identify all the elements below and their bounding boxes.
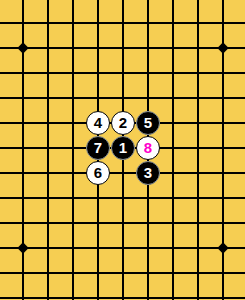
stone-move-1-black: 1 — [111, 136, 135, 160]
grid-line-vertical — [47, 0, 49, 300]
stone-move-3-black: 3 — [136, 161, 160, 185]
grid-line-horizontal — [0, 197, 245, 199]
grid-line-vertical — [172, 0, 174, 300]
stone-move-number: 8 — [144, 140, 152, 156]
stone-move-7-black: 7 — [86, 136, 110, 160]
stone-move-8-white: 8 — [136, 136, 160, 160]
stone-move-number: 3 — [144, 165, 152, 181]
grid-line-horizontal — [0, 22, 245, 24]
star-point-icon — [217, 42, 228, 53]
stone-move-5-black: 5 — [136, 111, 160, 135]
star-point-icon — [217, 242, 228, 253]
grid-line-vertical — [197, 0, 199, 300]
grid-line-horizontal — [0, 247, 245, 249]
stone-move-6-white: 6 — [86, 161, 110, 185]
grid-line-horizontal — [0, 72, 245, 74]
stone-move-number: 2 — [119, 115, 127, 131]
stone-move-2-white: 2 — [111, 111, 135, 135]
star-point-icon — [17, 242, 28, 253]
grid-line-horizontal — [0, 47, 245, 49]
star-point-icon — [17, 42, 28, 53]
grid-line-vertical — [72, 0, 74, 300]
stone-move-number: 5 — [144, 115, 152, 131]
grid-line-horizontal — [0, 297, 245, 299]
grid-line-horizontal — [0, 222, 245, 224]
grid-line-horizontal — [0, 272, 245, 274]
stone-move-number: 6 — [94, 165, 102, 181]
stone-move-number: 4 — [94, 115, 102, 131]
grid-line-horizontal — [0, 172, 245, 174]
grid-line-horizontal — [0, 97, 245, 99]
go-board[interactable]: 12345678 — [0, 0, 245, 300]
stone-move-number: 1 — [119, 140, 127, 156]
stone-move-4-white: 4 — [86, 111, 110, 135]
stone-move-number: 7 — [94, 140, 102, 156]
